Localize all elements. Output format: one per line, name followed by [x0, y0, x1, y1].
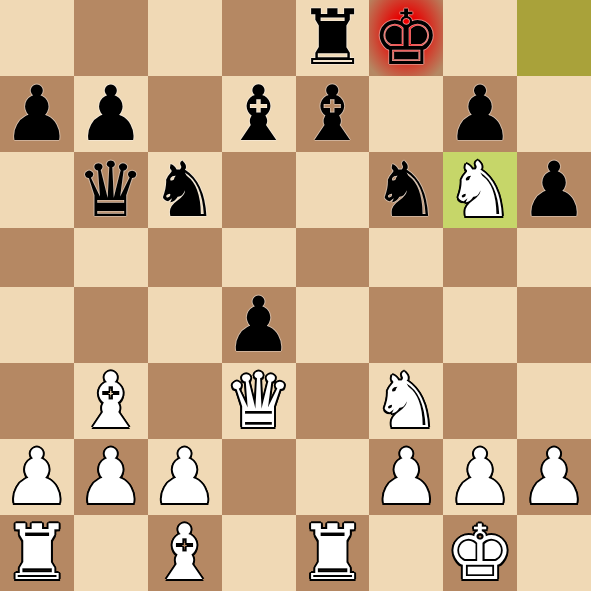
- square-b7[interactable]: ♟: [74, 76, 148, 152]
- white-knight[interactable]: ♞: [372, 363, 440, 439]
- square-b1[interactable]: [74, 515, 148, 591]
- square-e8[interactable]: ♜: [296, 0, 370, 76]
- square-f8[interactable]: ♚: [369, 0, 443, 76]
- square-d3[interactable]: ♛: [222, 363, 296, 439]
- black-knight[interactable]: ♞: [372, 152, 440, 228]
- square-c3[interactable]: [148, 363, 222, 439]
- black-pawn[interactable]: ♟: [224, 287, 292, 363]
- white-bishop[interactable]: ♝: [151, 515, 219, 591]
- white-pawn[interactable]: ♟: [372, 439, 440, 515]
- square-e3[interactable]: [296, 363, 370, 439]
- square-g7[interactable]: ♟: [443, 76, 517, 152]
- square-c2[interactable]: ♟: [148, 439, 222, 515]
- black-king[interactable]: ♚: [372, 0, 440, 76]
- square-a1[interactable]: ♜: [0, 515, 74, 591]
- black-pawn[interactable]: ♟: [520, 152, 588, 228]
- square-e6[interactable]: [296, 152, 370, 228]
- black-bishop[interactable]: ♝: [224, 76, 292, 152]
- square-g5[interactable]: [443, 228, 517, 287]
- white-pawn[interactable]: ♟: [77, 439, 145, 515]
- square-b3[interactable]: ♝: [74, 363, 148, 439]
- white-rook[interactable]: ♜: [3, 515, 71, 591]
- square-g4[interactable]: [443, 287, 517, 363]
- square-a6[interactable]: [0, 152, 74, 228]
- square-d6[interactable]: [222, 152, 296, 228]
- square-a7[interactable]: ♟: [0, 76, 74, 152]
- square-c1[interactable]: ♝: [148, 515, 222, 591]
- square-b5[interactable]: [74, 228, 148, 287]
- square-h2[interactable]: ♟: [517, 439, 591, 515]
- square-g3[interactable]: [443, 363, 517, 439]
- square-h4[interactable]: [517, 287, 591, 363]
- square-f5[interactable]: [369, 228, 443, 287]
- square-h3[interactable]: [517, 363, 591, 439]
- square-c6[interactable]: ♞: [148, 152, 222, 228]
- square-d4[interactable]: ♟: [222, 287, 296, 363]
- black-bishop[interactable]: ♝: [298, 76, 366, 152]
- square-f7[interactable]: [369, 76, 443, 152]
- square-f4[interactable]: [369, 287, 443, 363]
- square-f2[interactable]: ♟: [369, 439, 443, 515]
- square-h7[interactable]: [517, 76, 591, 152]
- square-d1[interactable]: [222, 515, 296, 591]
- square-c4[interactable]: [148, 287, 222, 363]
- square-h8[interactable]: [517, 0, 591, 76]
- square-g8[interactable]: [443, 0, 517, 76]
- square-d5[interactable]: [222, 228, 296, 287]
- square-a5[interactable]: [0, 228, 74, 287]
- square-b4[interactable]: [74, 287, 148, 363]
- white-rook[interactable]: ♜: [298, 515, 366, 591]
- square-d7[interactable]: ♝: [222, 76, 296, 152]
- square-e2[interactable]: [296, 439, 370, 515]
- black-pawn[interactable]: ♟: [446, 76, 514, 152]
- square-h1[interactable]: [517, 515, 591, 591]
- square-d2[interactable]: [222, 439, 296, 515]
- square-a3[interactable]: [0, 363, 74, 439]
- white-queen[interactable]: ♛: [224, 363, 292, 439]
- chess-board[interactable]: ♜♚♟♟♝♝♟♛♞♞♞♟♟♝♛♞♟♟♟♟♟♟♜♝♜♚: [0, 0, 591, 591]
- square-g6[interactable]: ♞: [443, 152, 517, 228]
- square-f1[interactable]: [369, 515, 443, 591]
- square-f3[interactable]: ♞: [369, 363, 443, 439]
- black-knight[interactable]: ♞: [151, 152, 219, 228]
- white-pawn[interactable]: ♟: [3, 439, 71, 515]
- square-d8[interactable]: [222, 0, 296, 76]
- square-c8[interactable]: [148, 0, 222, 76]
- square-e5[interactable]: [296, 228, 370, 287]
- black-pawn[interactable]: ♟: [77, 76, 145, 152]
- white-pawn[interactable]: ♟: [151, 439, 219, 515]
- square-b8[interactable]: [74, 0, 148, 76]
- white-king[interactable]: ♚: [446, 515, 514, 591]
- square-a2[interactable]: ♟: [0, 439, 74, 515]
- square-e4[interactable]: [296, 287, 370, 363]
- square-f6[interactable]: ♞: [369, 152, 443, 228]
- square-e7[interactable]: ♝: [296, 76, 370, 152]
- black-rook[interactable]: ♜: [298, 0, 366, 76]
- square-h5[interactable]: [517, 228, 591, 287]
- square-h6[interactable]: ♟: [517, 152, 591, 228]
- square-a8[interactable]: [0, 0, 74, 76]
- square-e1[interactable]: ♜: [296, 515, 370, 591]
- white-bishop[interactable]: ♝: [77, 363, 145, 439]
- white-knight[interactable]: ♞: [446, 152, 514, 228]
- square-b6[interactable]: ♛: [74, 152, 148, 228]
- white-pawn[interactable]: ♟: [446, 439, 514, 515]
- square-a4[interactable]: [0, 287, 74, 363]
- square-b2[interactable]: ♟: [74, 439, 148, 515]
- black-queen[interactable]: ♛: [77, 152, 145, 228]
- square-g1[interactable]: ♚: [443, 515, 517, 591]
- square-c7[interactable]: [148, 76, 222, 152]
- square-c5[interactable]: [148, 228, 222, 287]
- black-pawn[interactable]: ♟: [3, 76, 71, 152]
- white-pawn[interactable]: ♟: [520, 439, 588, 515]
- square-g2[interactable]: ♟: [443, 439, 517, 515]
